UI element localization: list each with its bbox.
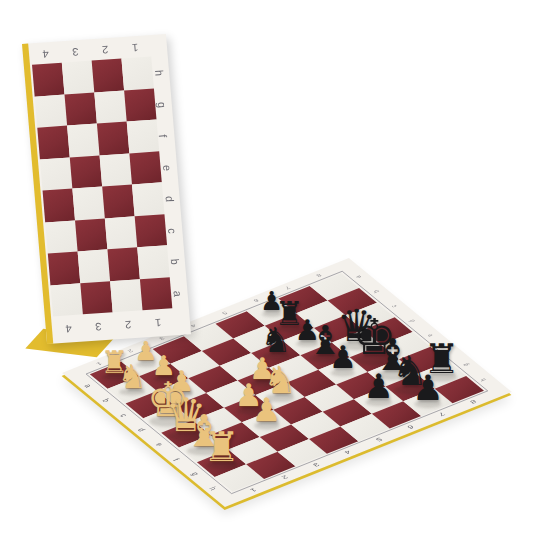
coordinate-label-5: 5 [374,437,383,443]
folded-coordinate-4: 4 [42,48,49,59]
folded-square-d3 [72,186,104,220]
folded-coordinate-e: e [161,164,173,171]
coordinate-label-d: d [136,427,147,432]
folded-square-d4 [43,189,75,223]
folded-square-c3 [75,218,107,252]
folded-square-f3 [67,124,99,158]
coordinate-label-a: a [83,383,94,388]
folded-coordinate-2: 2 [125,319,132,330]
coordinate-label-3: 3 [312,462,321,468]
coordinate-label-4: 4 [343,449,352,455]
folded-square-a4 [50,283,82,317]
folded-square-g4 [35,94,67,128]
folded-coordinate-c: c [166,227,178,233]
folded-square-h1 [121,56,153,90]
folded-coordinate-1: 1 [131,42,138,53]
chess-set-product-photo: abcdefgh1234567812345678abcdefgh 4321hgf… [0,0,540,540]
folded-coordinate-b: b [169,258,181,265]
coordinate-label-h: h [479,377,488,382]
folded-chessboard: 4321hgfedcba4321 [22,34,191,344]
folded-square-b4 [48,251,80,285]
folded-square-g3 [64,92,96,126]
piece-white-pawn-f3[interactable]: ♟ [252,394,281,426]
coordinate-label-6: 6 [252,298,260,303]
coordinate-label-a: a [354,275,363,280]
piece-black-pawn-g6[interactable]: ♟ [364,370,394,404]
folded-coordinate-g: g [156,101,168,108]
folded-coordinate-h: h [153,70,165,77]
folded-square-d2 [102,184,134,218]
folded-square-e2 [100,153,132,187]
coordinate-label-c: c [118,413,129,418]
folded-square-g1 [124,88,156,122]
folded-coordinate-d: d [164,195,176,202]
piece-black-pawn-h7[interactable]: ♟ [412,371,443,406]
piece-white-rook-g1[interactable]: ♜ [203,427,240,468]
folded-coordinate-a: a [171,290,183,297]
folded-square-c1 [135,214,167,248]
folded-square-a1 [140,277,172,311]
folded-square-b1 [137,245,169,279]
folded-square-f1 [127,119,159,153]
folded-square-h3 [62,61,94,95]
folded-square-e3 [70,155,102,189]
coordinate-label-8: 8 [315,273,323,278]
folded-square-g2 [94,90,126,124]
folded-square-d1 [132,182,164,216]
coordinate-label-b: b [101,398,112,403]
folded-coordinate-3: 3 [72,46,79,57]
coordinate-label-g: g [190,471,201,476]
folded-square-a3 [80,281,112,315]
coordinate-label-b: b [372,289,381,294]
coordinate-label-2: 2 [280,474,289,480]
coordinate-label-h: h [208,486,219,491]
coordinate-label-8: 8 [469,399,478,405]
coordinate-label-1: 1 [249,487,258,493]
folded-coordinate-2: 2 [102,44,109,55]
coordinate-label-f: f [171,457,180,461]
coordinate-label-5: 5 [221,311,229,316]
folded-square-h4 [32,63,64,97]
piece-white-knight-b1[interactable]: ♞ [118,360,148,393]
folded-coordinate-3: 3 [95,321,102,332]
folded-square-b2 [107,247,139,281]
folded-coordinate-f: f [157,134,169,138]
folded-square-e4 [40,157,72,191]
folded-square-a2 [110,279,142,313]
coordinate-label-6: 6 [406,424,415,430]
folded-square-f2 [97,121,129,155]
folded-square-c4 [45,220,77,254]
coordinate-label-3: 3 [158,336,166,341]
folded-coordinate-4: 4 [65,323,72,334]
coordinate-label-e: e [154,442,165,447]
coordinate-label-g: g [461,363,470,368]
coordinate-label-7: 7 [437,411,446,417]
coordinate-label-7: 7 [284,285,292,290]
folded-square-f4 [37,126,69,160]
folded-square-b3 [78,249,110,283]
folded-coordinate-1: 1 [154,317,161,328]
folded-square-h2 [92,59,124,93]
folded-square-e1 [129,151,161,185]
coordinate-label-d: d [408,319,417,324]
piece-black-pawn-e6[interactable]: ♟ [329,343,357,374]
folded-square-c2 [105,216,137,250]
